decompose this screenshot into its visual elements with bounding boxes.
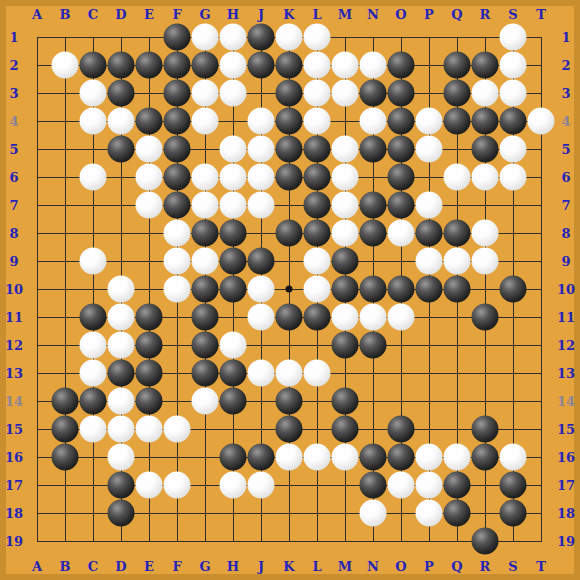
white-stone-m8[interactable] [332, 220, 359, 247]
white-stone-d14[interactable] [108, 388, 135, 415]
black-stone-n10[interactable] [360, 276, 387, 303]
coord-label-top-p: P [424, 7, 434, 22]
white-stone-g9[interactable] [192, 248, 219, 275]
coord-label-bottom-l: L [312, 559, 321, 574]
white-stone-j10[interactable] [248, 276, 275, 303]
white-stone-j4[interactable] [248, 108, 275, 135]
white-stone-l3[interactable] [304, 80, 331, 107]
white-stone-e15[interactable] [136, 416, 163, 443]
white-stone-h1[interactable] [220, 24, 247, 51]
coord-label-right-9: 9 [561, 254, 570, 269]
coord-label-right-1: 1 [561, 30, 570, 45]
coord-label-bottom-j: J [258, 559, 264, 574]
white-stone-d12[interactable] [108, 332, 135, 359]
coord-label-bottom-a: A [32, 559, 42, 574]
coord-label-top-l: L [312, 7, 321, 22]
white-stone-n2[interactable] [360, 52, 387, 79]
white-stone-p18[interactable] [416, 500, 443, 527]
coord-label-top-c: C [88, 7, 98, 22]
coord-label-top-g: G [199, 7, 210, 22]
black-stone-d3[interactable] [108, 80, 135, 107]
black-stone-r4[interactable] [472, 108, 499, 135]
black-stone-o16[interactable] [388, 444, 415, 471]
black-stone-k6[interactable] [276, 164, 303, 191]
white-stone-d15[interactable] [108, 416, 135, 443]
white-stone-f9[interactable] [164, 248, 191, 275]
black-stone-k8[interactable] [276, 220, 303, 247]
black-stone-f2[interactable] [164, 52, 191, 79]
black-stone-q4[interactable] [444, 108, 471, 135]
coord-label-left-18: 18 [5, 506, 23, 521]
black-stone-d17[interactable] [108, 472, 135, 499]
coord-label-top-f: F [172, 7, 181, 22]
black-stone-k5[interactable] [276, 136, 303, 163]
white-stone-m16[interactable] [332, 444, 359, 471]
coord-label-left-2: 2 [9, 58, 18, 73]
black-stone-r16[interactable] [472, 444, 499, 471]
coord-label-right-7: 7 [561, 198, 570, 213]
black-stone-e2[interactable] [136, 52, 163, 79]
coord-label-bottom-h: H [227, 559, 239, 574]
coord-label-top-o: O [395, 7, 406, 22]
coord-label-top-h: H [227, 7, 239, 22]
black-stone-m9[interactable] [332, 248, 359, 275]
coord-label-top-j: J [258, 7, 264, 22]
white-stone-p7[interactable] [416, 192, 443, 219]
black-stone-c2[interactable] [80, 52, 107, 79]
black-stone-e4[interactable] [136, 108, 163, 135]
coord-label-top-k: K [283, 7, 294, 22]
coord-label-right-19: 19 [557, 534, 575, 549]
white-stone-f15[interactable] [164, 416, 191, 443]
white-stone-j7[interactable] [248, 192, 275, 219]
white-stone-g1[interactable] [192, 24, 219, 51]
coord-label-left-13: 13 [5, 366, 23, 381]
white-stone-h6[interactable] [220, 164, 247, 191]
white-stone-j5[interactable] [248, 136, 275, 163]
black-stone-f6[interactable] [164, 164, 191, 191]
white-stone-o11[interactable] [388, 304, 415, 331]
black-stone-e13[interactable] [136, 360, 163, 387]
coord-label-left-14: 14 [5, 394, 23, 409]
black-stone-b14[interactable] [52, 388, 79, 415]
black-stone-s18[interactable] [500, 500, 527, 527]
white-stone-l2[interactable] [304, 52, 331, 79]
white-stone-l16[interactable] [304, 444, 331, 471]
coord-label-top-n: N [367, 7, 379, 22]
black-stone-l8[interactable] [304, 220, 331, 247]
black-stone-q17[interactable] [444, 472, 471, 499]
white-stone-m2[interactable] [332, 52, 359, 79]
coord-label-left-8: 8 [9, 226, 18, 241]
white-stone-k13[interactable] [276, 360, 303, 387]
black-stone-q18[interactable] [444, 500, 471, 527]
black-stone-m12[interactable] [332, 332, 359, 359]
white-stone-l1[interactable] [304, 24, 331, 51]
coord-label-bottom-o: O [395, 559, 406, 574]
black-stone-o15[interactable] [388, 416, 415, 443]
white-stone-t4[interactable] [528, 108, 555, 135]
white-stone-j13[interactable] [248, 360, 275, 387]
black-stone-c11[interactable] [80, 304, 107, 331]
white-stone-k16[interactable] [276, 444, 303, 471]
black-stone-g13[interactable] [192, 360, 219, 387]
black-stone-r15[interactable] [472, 416, 499, 443]
coord-label-bottom-f: F [172, 559, 181, 574]
black-stone-m10[interactable] [332, 276, 359, 303]
black-stone-g2[interactable] [192, 52, 219, 79]
white-stone-c9[interactable] [80, 248, 107, 275]
black-stone-h8[interactable] [220, 220, 247, 247]
white-stone-p9[interactable] [416, 248, 443, 275]
black-stone-g12[interactable] [192, 332, 219, 359]
black-stone-h13[interactable] [220, 360, 247, 387]
white-stone-c3[interactable] [80, 80, 107, 107]
black-stone-d2[interactable] [108, 52, 135, 79]
coord-label-left-17: 17 [5, 478, 23, 493]
coord-label-top-b: B [60, 7, 71, 22]
white-stone-d10[interactable] [108, 276, 135, 303]
white-stone-r6[interactable] [472, 164, 499, 191]
black-stone-n7[interactable] [360, 192, 387, 219]
coord-label-bottom-e: E [144, 559, 154, 574]
coord-label-bottom-k: K [283, 559, 294, 574]
black-stone-j16[interactable] [248, 444, 275, 471]
white-stone-h7[interactable] [220, 192, 247, 219]
white-stone-n11[interactable] [360, 304, 387, 331]
white-stone-h5[interactable] [220, 136, 247, 163]
white-stone-r8[interactable] [472, 220, 499, 247]
black-stone-j9[interactable] [248, 248, 275, 275]
white-stone-j17[interactable] [248, 472, 275, 499]
black-stone-k4[interactable] [276, 108, 303, 135]
black-stone-f3[interactable] [164, 80, 191, 107]
coord-label-left-15: 15 [5, 422, 23, 437]
white-stone-n4[interactable] [360, 108, 387, 135]
coord-label-right-3: 3 [561, 86, 570, 101]
black-stone-n3[interactable] [360, 80, 387, 107]
coord-label-left-6: 6 [9, 170, 18, 185]
black-stone-m14[interactable] [332, 388, 359, 415]
black-stone-o7[interactable] [388, 192, 415, 219]
white-stone-n18[interactable] [360, 500, 387, 527]
coord-label-left-5: 5 [9, 142, 18, 157]
white-stone-p4[interactable] [416, 108, 443, 135]
coord-label-right-16: 16 [557, 450, 575, 465]
black-stone-s17[interactable] [500, 472, 527, 499]
black-stone-g10[interactable] [192, 276, 219, 303]
grid-line-row-19 [37, 541, 542, 542]
coord-label-right-10: 10 [557, 282, 575, 297]
coord-label-left-4: 4 [9, 114, 18, 129]
black-stone-l5[interactable] [304, 136, 331, 163]
coord-label-bottom-q: Q [451, 559, 462, 574]
white-stone-b2[interactable] [52, 52, 79, 79]
black-stone-k3[interactable] [276, 80, 303, 107]
black-stone-l11[interactable] [304, 304, 331, 331]
coord-label-right-18: 18 [557, 506, 575, 521]
white-stone-d16[interactable] [108, 444, 135, 471]
coord-label-right-4: 4 [561, 114, 570, 129]
white-stone-c15[interactable] [80, 416, 107, 443]
white-stone-l9[interactable] [304, 248, 331, 275]
black-stone-q10[interactable] [444, 276, 471, 303]
coord-label-right-12: 12 [557, 338, 575, 353]
coord-label-bottom-b: B [60, 559, 71, 574]
coord-label-left-3: 3 [9, 86, 18, 101]
coord-label-right-8: 8 [561, 226, 570, 241]
black-stone-f4[interactable] [164, 108, 191, 135]
black-stone-s10[interactable] [500, 276, 527, 303]
coord-label-left-12: 12 [5, 338, 23, 353]
white-stone-l4[interactable] [304, 108, 331, 135]
coord-label-right-13: 13 [557, 366, 575, 381]
white-stone-d11[interactable] [108, 304, 135, 331]
coord-label-bottom-s: S [508, 559, 517, 574]
black-stone-p10[interactable] [416, 276, 443, 303]
black-stone-o4[interactable] [388, 108, 415, 135]
black-stone-o3[interactable] [388, 80, 415, 107]
white-stone-p5[interactable] [416, 136, 443, 163]
black-stone-r11[interactable] [472, 304, 499, 331]
black-stone-n5[interactable] [360, 136, 387, 163]
white-stone-e7[interactable] [136, 192, 163, 219]
white-stone-h12[interactable] [220, 332, 247, 359]
coord-label-top-m: M [338, 7, 352, 22]
coord-label-bottom-p: P [424, 559, 434, 574]
coord-label-left-7: 7 [9, 198, 18, 213]
black-stone-p8[interactable] [416, 220, 443, 247]
black-stone-s4[interactable] [500, 108, 527, 135]
coord-label-top-a: A [32, 7, 42, 22]
white-stone-p17[interactable] [416, 472, 443, 499]
black-stone-q2[interactable] [444, 52, 471, 79]
white-stone-s16[interactable] [500, 444, 527, 471]
coord-label-left-9: 9 [9, 254, 18, 269]
black-stone-n12[interactable] [360, 332, 387, 359]
white-stone-m5[interactable] [332, 136, 359, 163]
white-stone-c13[interactable] [80, 360, 107, 387]
white-stone-m6[interactable] [332, 164, 359, 191]
white-stone-k1[interactable] [276, 24, 303, 51]
white-stone-s1[interactable] [500, 24, 527, 51]
black-stone-l6[interactable] [304, 164, 331, 191]
black-stone-o5[interactable] [388, 136, 415, 163]
white-stone-c12[interactable] [80, 332, 107, 359]
black-stone-l7[interactable] [304, 192, 331, 219]
black-stone-n16[interactable] [360, 444, 387, 471]
go-board[interactable]: AABBCCDDEEFFGGHHJJKKLLMMNNOOPPQQRRSSTT11… [0, 0, 580, 580]
white-stone-c4[interactable] [80, 108, 107, 135]
white-stone-l10[interactable] [304, 276, 331, 303]
coord-label-top-s: S [508, 7, 517, 22]
coord-label-top-t: T [536, 7, 546, 22]
black-stone-k14[interactable] [276, 388, 303, 415]
coord-label-bottom-c: C [88, 559, 98, 574]
black-stone-e11[interactable] [136, 304, 163, 331]
coord-label-bottom-d: D [115, 559, 126, 574]
black-stone-e12[interactable] [136, 332, 163, 359]
coord-label-right-15: 15 [557, 422, 575, 437]
white-stone-e17[interactable] [136, 472, 163, 499]
coord-label-top-d: D [115, 7, 126, 22]
black-stone-k11[interactable] [276, 304, 303, 331]
white-stone-r3[interactable] [472, 80, 499, 107]
white-stone-j6[interactable] [248, 164, 275, 191]
black-stone-n17[interactable] [360, 472, 387, 499]
coord-label-bottom-m: M [338, 559, 352, 574]
white-stone-g14[interactable] [192, 388, 219, 415]
white-stone-h3[interactable] [220, 80, 247, 107]
black-stone-g8[interactable] [192, 220, 219, 247]
black-stone-d5[interactable] [108, 136, 135, 163]
white-stone-e5[interactable] [136, 136, 163, 163]
coord-label-left-1: 1 [9, 30, 18, 45]
black-stone-f1[interactable] [164, 24, 191, 51]
coord-label-right-5: 5 [561, 142, 570, 157]
white-stone-q16[interactable] [444, 444, 471, 471]
white-stone-m7[interactable] [332, 192, 359, 219]
white-stone-s5[interactable] [500, 136, 527, 163]
black-stone-h10[interactable] [220, 276, 247, 303]
black-stone-r19[interactable] [472, 528, 499, 555]
white-stone-l13[interactable] [304, 360, 331, 387]
white-stone-g6[interactable] [192, 164, 219, 191]
white-stone-r9[interactable] [472, 248, 499, 275]
black-stone-q3[interactable] [444, 80, 471, 107]
black-stone-n8[interactable] [360, 220, 387, 247]
white-stone-j11[interactable] [248, 304, 275, 331]
white-stone-q9[interactable] [444, 248, 471, 275]
black-stone-j1[interactable] [248, 24, 275, 51]
black-stone-h14[interactable] [220, 388, 247, 415]
black-stone-q8[interactable] [444, 220, 471, 247]
star-point-k10 [286, 286, 293, 293]
coord-label-right-2: 2 [561, 58, 570, 73]
black-stone-o2[interactable] [388, 52, 415, 79]
coord-label-bottom-n: N [367, 559, 379, 574]
coord-label-right-6: 6 [561, 170, 570, 185]
black-stone-f7[interactable] [164, 192, 191, 219]
white-stone-f8[interactable] [164, 220, 191, 247]
white-stone-f17[interactable] [164, 472, 191, 499]
white-stone-s3[interactable] [500, 80, 527, 107]
black-stone-d13[interactable] [108, 360, 135, 387]
black-stone-k2[interactable] [276, 52, 303, 79]
black-stone-j2[interactable] [248, 52, 275, 79]
black-stone-r5[interactable] [472, 136, 499, 163]
coord-label-right-14: 14 [557, 394, 575, 409]
black-stone-e14[interactable] [136, 388, 163, 415]
black-stone-k15[interactable] [276, 416, 303, 443]
coord-label-left-19: 19 [5, 534, 23, 549]
coord-label-right-11: 11 [557, 310, 575, 325]
coord-label-bottom-r: R [480, 559, 491, 574]
black-stone-h16[interactable] [220, 444, 247, 471]
black-stone-b15[interactable] [52, 416, 79, 443]
black-stone-d18[interactable] [108, 500, 135, 527]
white-stone-f10[interactable] [164, 276, 191, 303]
white-stone-s6[interactable] [500, 164, 527, 191]
white-stone-s2[interactable] [500, 52, 527, 79]
white-stone-p16[interactable] [416, 444, 443, 471]
coord-label-bottom-g: G [199, 559, 210, 574]
white-stone-g3[interactable] [192, 80, 219, 107]
white-stone-o17[interactable] [388, 472, 415, 499]
coord-label-left-10: 10 [5, 282, 23, 297]
black-stone-o10[interactable] [388, 276, 415, 303]
white-stone-g4[interactable] [192, 108, 219, 135]
coord-label-top-e: E [144, 7, 154, 22]
coord-label-top-q: Q [451, 7, 462, 22]
black-stone-c14[interactable] [80, 388, 107, 415]
white-stone-e6[interactable] [136, 164, 163, 191]
coord-label-left-16: 16 [5, 450, 23, 465]
white-stone-h17[interactable] [220, 472, 247, 499]
coord-label-top-r: R [480, 7, 491, 22]
white-stone-h2[interactable] [220, 52, 247, 79]
white-stone-c6[interactable] [80, 164, 107, 191]
white-stone-m11[interactable] [332, 304, 359, 331]
white-stone-g7[interactable] [192, 192, 219, 219]
coord-label-right-17: 17 [557, 478, 575, 493]
white-stone-q6[interactable] [444, 164, 471, 191]
black-stone-m15[interactable] [332, 416, 359, 443]
black-stone-b16[interactable] [52, 444, 79, 471]
black-stone-f5[interactable] [164, 136, 191, 163]
white-stone-m3[interactable] [332, 80, 359, 107]
white-stone-d4[interactable] [108, 108, 135, 135]
black-stone-o6[interactable] [388, 164, 415, 191]
black-stone-r2[interactable] [472, 52, 499, 79]
black-stone-h9[interactable] [220, 248, 247, 275]
white-stone-o8[interactable] [388, 220, 415, 247]
coord-label-bottom-t: T [536, 559, 546, 574]
coord-label-left-11: 11 [5, 310, 23, 325]
black-stone-g11[interactable] [192, 304, 219, 331]
